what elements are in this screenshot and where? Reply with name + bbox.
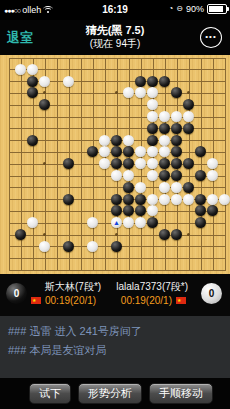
black-stone bbox=[111, 135, 122, 146]
white-stone bbox=[27, 217, 38, 228]
white-player-name: lalala7373(7段*) bbox=[116, 280, 188, 294]
status-bar: ●●●○○ olleh 16:19 ◔ ⊖ 90% bbox=[0, 0, 230, 20]
alarm-icon: ◔ bbox=[168, 4, 173, 14]
white-stone bbox=[183, 111, 194, 122]
battery-percent-label: 90% bbox=[186, 4, 204, 14]
white-stone bbox=[183, 194, 194, 205]
try-move-button[interactable]: 试下 bbox=[29, 383, 71, 404]
white-stone bbox=[207, 194, 218, 205]
white-captures-ball: 0 bbox=[201, 283, 222, 304]
move-counter: (现在 94手) bbox=[40, 37, 190, 50]
black-stone bbox=[147, 123, 158, 134]
white-stone bbox=[207, 158, 218, 169]
black-stone bbox=[195, 205, 206, 216]
navigation-bar: 退室 猜先(黑 7.5) (现在 94手) ••• bbox=[0, 20, 230, 55]
white-stone bbox=[147, 194, 158, 205]
white-stone bbox=[99, 158, 110, 169]
black-player-clock: 00:19(20/1) bbox=[45, 295, 96, 306]
black-stone bbox=[159, 170, 170, 181]
white-stone bbox=[147, 158, 158, 169]
black-stone bbox=[63, 158, 74, 169]
white-stone bbox=[171, 194, 182, 205]
black-stone bbox=[87, 146, 98, 157]
black-stone bbox=[171, 135, 182, 146]
white-stone bbox=[135, 87, 146, 98]
black-stone bbox=[123, 194, 134, 205]
black-stone bbox=[111, 158, 122, 169]
black-stone bbox=[39, 99, 50, 110]
hoshi-point bbox=[115, 233, 118, 236]
bottom-toolbar: 试下 形势分析 手顺移动 bbox=[0, 378, 230, 409]
black-stone bbox=[171, 229, 182, 240]
white-stone bbox=[135, 146, 146, 157]
game-title: 猜先(黑 7.5) bbox=[40, 23, 190, 37]
white-stone bbox=[147, 87, 158, 98]
chat-bubble-icon[interactable]: ••• bbox=[200, 27, 222, 48]
grid-line bbox=[201, 58, 202, 271]
white-stone bbox=[207, 170, 218, 181]
white-stone bbox=[87, 241, 98, 252]
white-stone bbox=[27, 64, 38, 75]
white-stone bbox=[147, 99, 158, 110]
black-stone bbox=[147, 135, 158, 146]
white-stone bbox=[99, 146, 110, 157]
white-stone bbox=[159, 194, 170, 205]
black-stone bbox=[183, 158, 194, 169]
orientation-lock-icon: ⊖ bbox=[176, 4, 183, 14]
chat-message: ### 本局是友谊对局 bbox=[8, 343, 106, 358]
black-player-flag-icon: ★ bbox=[31, 297, 41, 304]
black-stone bbox=[27, 87, 38, 98]
black-stone bbox=[171, 158, 182, 169]
white-stone bbox=[63, 76, 74, 87]
black-stone bbox=[171, 123, 182, 134]
black-stone bbox=[183, 182, 194, 193]
grid-line bbox=[9, 258, 226, 259]
black-stone bbox=[135, 76, 146, 87]
chat-message: ### 迅雷 进入 241号房间了 bbox=[8, 324, 142, 339]
black-stone bbox=[195, 170, 206, 181]
black-stone bbox=[159, 123, 170, 134]
black-stone bbox=[27, 76, 38, 87]
hoshi-point bbox=[187, 233, 190, 236]
app-screen: ●●●○○ olleh 16:19 ◔ ⊖ 90% 退室 猜先(黑 7.5) (… bbox=[0, 0, 230, 409]
white-stone bbox=[99, 135, 110, 146]
white-stone bbox=[147, 146, 158, 157]
white-player-flag-icon: ★ bbox=[176, 297, 186, 304]
black-stone bbox=[183, 123, 194, 134]
white-stone bbox=[15, 64, 26, 75]
white-stone bbox=[159, 146, 170, 157]
battery-icon bbox=[207, 4, 227, 14]
black-stone bbox=[171, 170, 182, 181]
white-stone bbox=[39, 241, 50, 252]
white-stone bbox=[159, 182, 170, 193]
black-stone bbox=[123, 205, 134, 216]
black-stone bbox=[15, 229, 26, 240]
white-stone bbox=[123, 135, 134, 146]
hoshi-point bbox=[115, 91, 118, 94]
game-title-block: 猜先(黑 7.5) (现在 94手) bbox=[40, 23, 190, 50]
white-stone bbox=[135, 217, 146, 228]
go-board[interactable]: ▲ bbox=[0, 55, 230, 274]
exit-room-button[interactable]: 退室 bbox=[7, 29, 33, 47]
chat-area[interactable]: ### 迅雷 进入 241号房间了 ### 本局是友谊对局 bbox=[0, 316, 230, 378]
white-stone bbox=[135, 182, 146, 193]
white-stone bbox=[87, 217, 98, 228]
black-stone bbox=[195, 146, 206, 157]
grid-line bbox=[225, 58, 226, 271]
white-stone bbox=[123, 217, 134, 228]
black-stone bbox=[159, 76, 170, 87]
black-stone bbox=[111, 205, 122, 216]
black-stone bbox=[207, 205, 218, 216]
black-stone bbox=[195, 194, 206, 205]
white-stone bbox=[111, 170, 122, 181]
black-stone bbox=[135, 205, 146, 216]
last-move-marker: ▲ bbox=[113, 219, 120, 226]
black-stone bbox=[111, 194, 122, 205]
black-stone bbox=[159, 158, 170, 169]
hoshi-point bbox=[43, 91, 46, 94]
black-stone bbox=[123, 158, 134, 169]
white-stone bbox=[147, 111, 158, 122]
position-analysis-button[interactable]: 形势分析 bbox=[78, 383, 142, 404]
white-stone bbox=[39, 76, 50, 87]
move-navigation-button[interactable]: 手顺移动 bbox=[149, 383, 213, 404]
black-stone bbox=[171, 87, 182, 98]
white-stone bbox=[123, 170, 134, 181]
white-stone bbox=[171, 111, 182, 122]
black-stone bbox=[147, 76, 158, 87]
white-stone bbox=[147, 170, 158, 181]
black-stone bbox=[171, 146, 182, 157]
white-player-clock: 00:19(20/1) bbox=[121, 295, 172, 306]
white-stone: ▲ bbox=[111, 217, 122, 228]
black-stone bbox=[111, 241, 122, 252]
player-info-bar: 0 斯大林(7段*) ★ 00:19(20/1) lalala7373(7段*)… bbox=[0, 274, 230, 316]
white-stone bbox=[159, 111, 170, 122]
white-stone bbox=[135, 158, 146, 169]
black-stone bbox=[123, 182, 134, 193]
black-stone bbox=[159, 229, 170, 240]
hoshi-point bbox=[43, 162, 46, 165]
hoshi-point bbox=[43, 233, 46, 236]
white-stone bbox=[219, 194, 230, 205]
white-stone bbox=[123, 87, 134, 98]
white-stone bbox=[147, 205, 158, 216]
white-stone bbox=[159, 135, 170, 146]
black-stone bbox=[135, 194, 146, 205]
black-stone bbox=[63, 241, 74, 252]
black-stone bbox=[63, 194, 74, 205]
hoshi-point bbox=[187, 91, 190, 94]
black-player-name: 斯大林(7段*) bbox=[45, 280, 101, 294]
black-stone bbox=[147, 217, 158, 228]
grid-line bbox=[9, 270, 226, 271]
black-captures-ball: 0 bbox=[6, 283, 27, 304]
black-stone bbox=[27, 135, 38, 146]
white-stone bbox=[171, 182, 182, 193]
black-stone bbox=[183, 99, 194, 110]
black-stone bbox=[123, 146, 134, 157]
black-stone bbox=[195, 217, 206, 228]
black-stone bbox=[111, 146, 122, 157]
